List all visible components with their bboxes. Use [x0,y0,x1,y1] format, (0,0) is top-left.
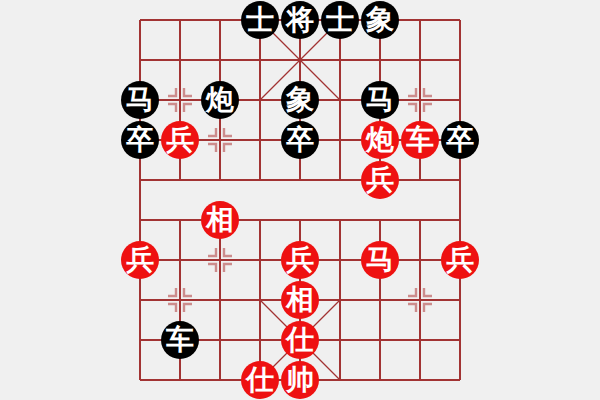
piece-glyph: 仕 [246,361,274,399]
piece-black-pawn[interactable]: 卒 [121,121,159,159]
piece-black-pawn[interactable]: 卒 [281,121,319,159]
piece-glyph: 马 [366,81,394,119]
piece-glyph: 兵 [286,241,314,279]
piece-glyph: 兵 [366,161,394,199]
piece-glyph: 卒 [446,121,474,159]
piece-glyph: 相 [286,281,314,319]
piece-red-elephant[interactable]: 相 [281,281,319,319]
piece-red-elephant[interactable]: 相 [201,201,239,239]
piece-red-pawn[interactable]: 兵 [441,241,479,279]
piece-black-elephant[interactable]: 象 [361,1,399,39]
piece-black-chariot[interactable]: 车 [161,321,199,359]
piece-glyph: 象 [366,1,394,39]
piece-glyph: 车 [166,321,194,359]
piece-glyph: 相 [206,201,234,239]
piece-red-pawn[interactable]: 兵 [361,161,399,199]
piece-red-advisor[interactable]: 仕 [281,321,319,359]
piece-glyph: 士 [246,1,274,39]
piece-red-horse[interactable]: 马 [361,241,399,279]
piece-glyph: 象 [286,81,314,119]
piece-black-elephant[interactable]: 象 [281,81,319,119]
piece-black-horse[interactable]: 马 [361,81,399,119]
piece-red-advisor[interactable]: 仕 [241,361,279,399]
piece-red-pawn[interactable]: 兵 [121,241,159,279]
piece-black-general[interactable]: 将 [281,1,319,39]
piece-glyph: 卒 [126,121,154,159]
piece-red-cannon[interactable]: 炮 [361,121,399,159]
piece-black-pawn[interactable]: 卒 [441,121,479,159]
piece-glyph: 兵 [126,241,154,279]
piece-black-cannon[interactable]: 炮 [201,81,239,119]
piece-glyph: 兵 [166,121,194,159]
xiangqi-board[interactable]: 士将士象马炮象马卒兵卒炮车卒兵相兵兵马兵相仕车仕帅 [0,0,600,400]
piece-glyph: 马 [126,81,154,119]
piece-red-pawn[interactable]: 兵 [281,241,319,279]
screen: 士将士象马炮象马卒兵卒炮车卒兵相兵兵马兵相仕车仕帅 [0,0,600,400]
piece-red-chariot[interactable]: 车 [401,121,439,159]
piece-black-horse[interactable]: 马 [121,81,159,119]
piece-glyph: 炮 [366,121,394,159]
piece-glyph: 将 [286,1,314,39]
piece-black-advisor[interactable]: 士 [241,1,279,39]
piece-glyph: 车 [406,121,434,159]
piece-glyph: 马 [366,241,394,279]
piece-red-pawn[interactable]: 兵 [161,121,199,159]
piece-glyph: 兵 [446,241,474,279]
piece-glyph: 士 [326,1,354,39]
piece-red-general[interactable]: 帅 [281,361,319,399]
piece-glyph: 卒 [286,121,314,159]
piece-glyph: 仕 [286,321,314,359]
piece-glyph: 炮 [206,81,234,119]
piece-black-advisor[interactable]: 士 [321,1,359,39]
piece-glyph: 帅 [286,361,314,399]
